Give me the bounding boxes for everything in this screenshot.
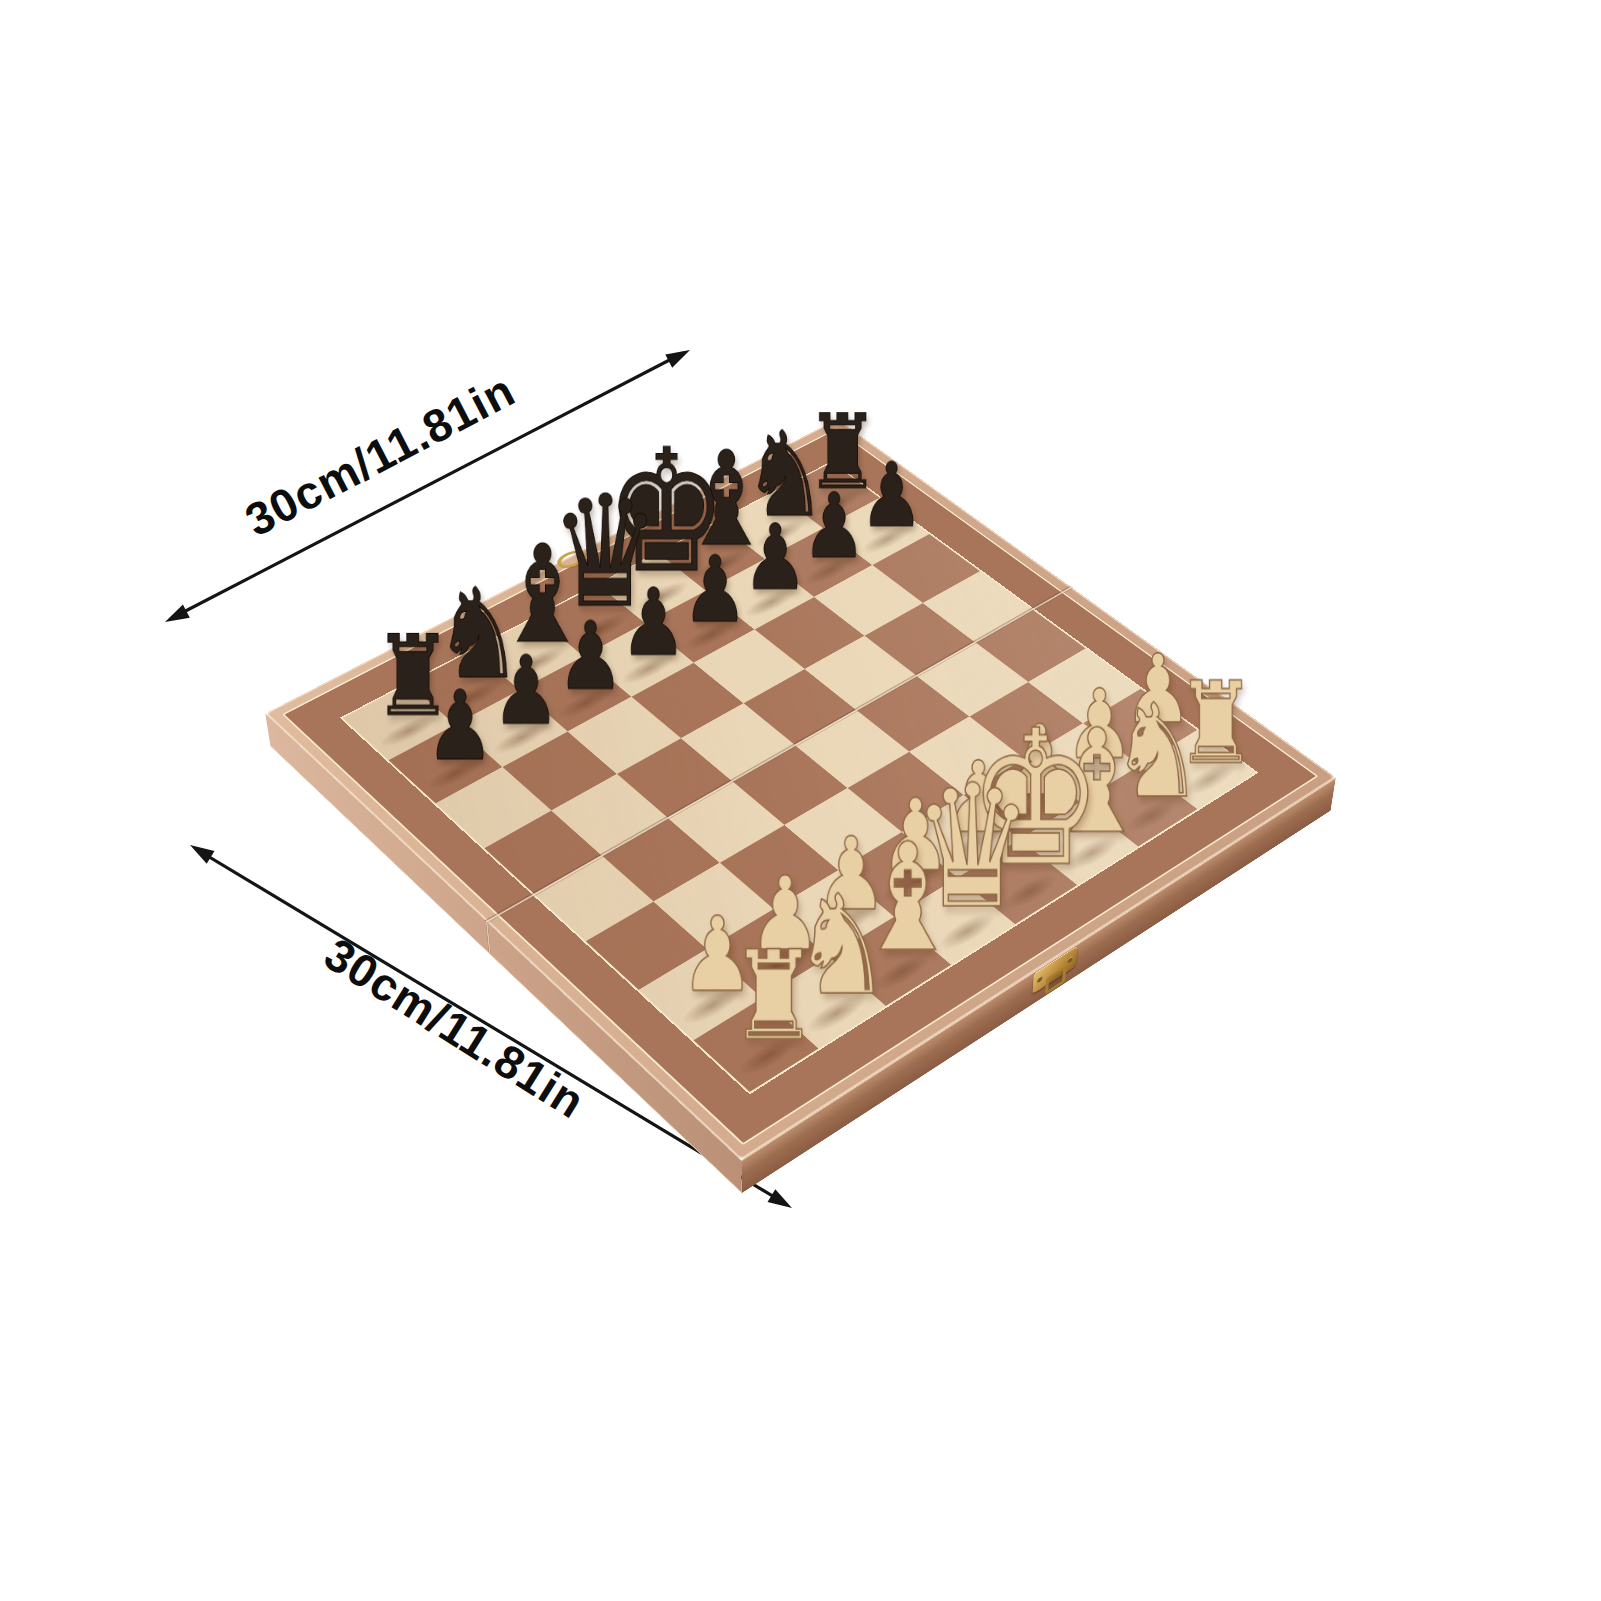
product-photo: 30cm/11.81in 30cm/11.81in ♜♞♝♛♚♝♞♜♟♟♟♟♟♟… — [0, 0, 1601, 1601]
playing-area: ♜♞♝♛♚♝♞♜♟♟♟♟♟♟♟♟♟♟♟♟♟♟♟♟♜♞♝♛♚♝♞♜ — [340, 461, 1259, 1094]
black-pawn-glyph: ♟ — [742, 513, 807, 604]
black-pawn-glyph: ♟ — [556, 610, 623, 704]
black-pawn-glyph: ♟ — [492, 644, 560, 739]
black-pawn-glyph: ♟ — [682, 544, 748, 636]
chess-board: ♜♞♝♛♚♝♞♜♟♟♟♟♟♟♟♟♟♟♟♟♟♟♟♟♜♞♝♛♚♝♞♜ — [265, 419, 1336, 1160]
black-pawn-glyph: ♟ — [620, 577, 687, 670]
white-rook-glyph: ♜ — [729, 934, 818, 1058]
black-pawn-glyph: ♟ — [802, 482, 866, 572]
chess-box: ♜♞♝♛♚♝♞♜♟♟♟♟♟♟♟♟♟♟♟♟♟♟♟♟♜♞♝♛♚♝♞♜ — [265, 419, 1336, 1160]
black-pawn-glyph: ♟ — [860, 451, 924, 540]
scene: ♜♞♝♛♚♝♞♜♟♟♟♟♟♟♟♟♟♟♟♟♟♟♟♟♜♞♝♛♚♝♞♜ — [0, 0, 1601, 1601]
clasp-hook-icon — [1045, 965, 1066, 995]
black-pawn-glyph: ♟ — [425, 678, 494, 774]
